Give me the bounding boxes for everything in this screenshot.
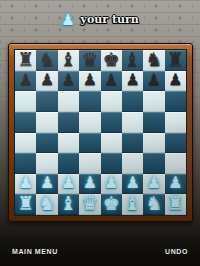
piece-black-pawn[interactable]: ♟ [147, 72, 161, 88]
square-g7[interactable]: ♟ [143, 71, 164, 92]
piece-white-pawn[interactable]: ♟ [125, 175, 139, 191]
square-g8[interactable]: ♞ [143, 50, 164, 71]
square-f3[interactable] [122, 153, 143, 174]
square-a6[interactable] [15, 91, 36, 112]
piece-white-queen[interactable]: ♛ [81, 194, 98, 213]
piece-white-pawn[interactable]: ♟ [83, 175, 97, 191]
piece-black-bishop[interactable]: ♝ [60, 50, 77, 69]
square-e8[interactable]: ♚ [101, 50, 122, 71]
piece-black-bishop[interactable]: ♝ [124, 50, 141, 69]
turn-status-bar: ♟ your turn [0, 7, 200, 31]
square-e3[interactable] [101, 153, 122, 174]
square-a3[interactable] [15, 153, 36, 174]
piece-black-king[interactable]: ♚ [103, 50, 120, 69]
piece-black-knight[interactable]: ♞ [145, 50, 162, 69]
piece-white-bishop[interactable]: ♝ [60, 194, 77, 213]
turn-status-text: your turn [81, 13, 139, 26]
square-h6[interactable] [165, 91, 186, 112]
square-e1[interactable]: ♚ [101, 194, 122, 215]
piece-white-pawn[interactable]: ♟ [61, 175, 75, 191]
square-h1[interactable]: ♜ [165, 194, 186, 215]
chess-board: ♜♞♝♛♚♝♞♜♟♟♟♟♟♟♟♟♟♟♟♟♟♟♟♟♜♞♝♛♚♝♞♜ [14, 49, 187, 216]
piece-white-rook[interactable]: ♜ [167, 194, 184, 213]
square-d5[interactable] [79, 112, 100, 133]
piece-black-pawn[interactable]: ♟ [19, 72, 33, 88]
piece-black-rook[interactable]: ♜ [167, 50, 184, 69]
square-f2[interactable]: ♟ [122, 174, 143, 195]
square-d7[interactable]: ♟ [79, 71, 100, 92]
piece-black-rook[interactable]: ♜ [17, 50, 34, 69]
square-d8[interactable]: ♛ [79, 50, 100, 71]
piece-black-pawn[interactable]: ♟ [168, 72, 182, 88]
square-a4[interactable] [15, 133, 36, 154]
square-c3[interactable] [58, 153, 79, 174]
piece-black-knight[interactable]: ♞ [39, 50, 56, 69]
piece-black-queen[interactable]: ♛ [81, 50, 98, 69]
square-b5[interactable] [36, 112, 57, 133]
piece-black-pawn[interactable]: ♟ [125, 72, 139, 88]
piece-black-pawn[interactable]: ♟ [83, 72, 97, 88]
square-c5[interactable] [58, 112, 79, 133]
square-h4[interactable] [165, 133, 186, 154]
square-f4[interactable] [122, 133, 143, 154]
square-a8[interactable]: ♜ [15, 50, 36, 71]
bottom-action-bar: MAIN MENU UNDO [0, 236, 200, 266]
square-e4[interactable] [101, 133, 122, 154]
square-h5[interactable] [165, 112, 186, 133]
square-a7[interactable]: ♟ [15, 71, 36, 92]
square-f5[interactable] [122, 112, 143, 133]
square-b6[interactable] [36, 91, 57, 112]
piece-white-pawn[interactable]: ♟ [147, 175, 161, 191]
square-e7[interactable]: ♟ [101, 71, 122, 92]
square-e5[interactable] [101, 112, 122, 133]
main-menu-button[interactable]: MAIN MENU [12, 244, 58, 259]
square-g2[interactable]: ♟ [143, 174, 164, 195]
square-f8[interactable]: ♝ [122, 50, 143, 71]
piece-white-pawn[interactable]: ♟ [104, 175, 118, 191]
piece-white-knight[interactable]: ♞ [145, 194, 162, 213]
square-g6[interactable] [143, 91, 164, 112]
chess-app-screen: ♟ your turn ♜♞♝♛♚♝♞♜♟♟♟♟♟♟♟♟♟♟♟♟♟♟♟♟♜♞♝♛… [0, 0, 200, 266]
square-c2[interactable]: ♟ [58, 174, 79, 195]
square-a1[interactable]: ♜ [15, 194, 36, 215]
square-d2[interactable]: ♟ [79, 174, 100, 195]
piece-white-knight[interactable]: ♞ [39, 194, 56, 213]
square-a2[interactable]: ♟ [15, 174, 36, 195]
square-c8[interactable]: ♝ [58, 50, 79, 71]
piece-white-rook[interactable]: ♜ [17, 194, 34, 213]
square-d1[interactable]: ♛ [79, 194, 100, 215]
white-pawn-icon: ♟ [61, 12, 74, 27]
piece-white-bishop[interactable]: ♝ [124, 194, 141, 213]
square-h7[interactable]: ♟ [165, 71, 186, 92]
piece-white-pawn[interactable]: ♟ [40, 175, 54, 191]
square-b4[interactable] [36, 133, 57, 154]
square-g3[interactable] [143, 153, 164, 174]
square-b3[interactable] [36, 153, 57, 174]
square-e2[interactable]: ♟ [101, 174, 122, 195]
square-c6[interactable] [58, 91, 79, 112]
square-c1[interactable]: ♝ [58, 194, 79, 215]
square-e6[interactable] [101, 91, 122, 112]
square-b8[interactable]: ♞ [36, 50, 57, 71]
square-a5[interactable] [15, 112, 36, 133]
piece-black-pawn[interactable]: ♟ [104, 72, 118, 88]
square-h3[interactable] [165, 153, 186, 174]
square-f6[interactable] [122, 91, 143, 112]
square-c4[interactable] [58, 133, 79, 154]
square-g5[interactable] [143, 112, 164, 133]
piece-white-pawn[interactable]: ♟ [168, 175, 182, 191]
square-b7[interactable]: ♟ [36, 71, 57, 92]
square-g1[interactable]: ♞ [143, 194, 164, 215]
square-d3[interactable] [79, 153, 100, 174]
square-h2[interactable]: ♟ [165, 174, 186, 195]
square-d4[interactable] [79, 133, 100, 154]
piece-white-pawn[interactable]: ♟ [19, 175, 33, 191]
square-h8[interactable]: ♜ [165, 50, 186, 71]
piece-black-pawn[interactable]: ♟ [61, 72, 75, 88]
piece-white-king[interactable]: ♚ [103, 194, 120, 213]
square-f7[interactable]: ♟ [122, 71, 143, 92]
square-d6[interactable] [79, 91, 100, 112]
square-b2[interactable]: ♟ [36, 174, 57, 195]
piece-black-pawn[interactable]: ♟ [40, 72, 54, 88]
square-f1[interactable]: ♝ [122, 194, 143, 215]
undo-button[interactable]: UNDO [165, 244, 188, 259]
square-g4[interactable] [143, 133, 164, 154]
board-wooden-frame: ♜♞♝♛♚♝♞♜♟♟♟♟♟♟♟♟♟♟♟♟♟♟♟♟♜♞♝♛♚♝♞♜ [8, 43, 193, 222]
square-b1[interactable]: ♞ [36, 194, 57, 215]
square-c7[interactable]: ♟ [58, 71, 79, 92]
